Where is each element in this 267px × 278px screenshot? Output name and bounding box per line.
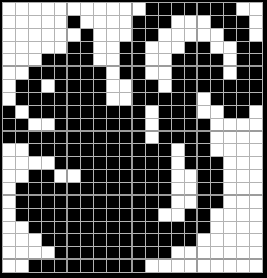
cell-r17-c8[interactable] bbox=[94, 209, 107, 222]
cell-r18-c5[interactable] bbox=[55, 222, 68, 235]
cell-r9-c7[interactable] bbox=[81, 106, 94, 119]
cell-r20-c20[interactable] bbox=[250, 247, 263, 260]
cell-r4-c13[interactable] bbox=[159, 42, 172, 55]
cell-r7-c2[interactable] bbox=[16, 80, 29, 93]
cell-r11-c5[interactable] bbox=[55, 132, 68, 145]
cell-r16-c17[interactable] bbox=[211, 196, 224, 209]
cell-r5-c19[interactable] bbox=[237, 54, 250, 67]
cell-r3-c2[interactable] bbox=[16, 29, 29, 42]
cell-r12-c13[interactable] bbox=[159, 144, 172, 157]
cell-r8-c3[interactable] bbox=[29, 93, 42, 106]
cell-r14-c19[interactable] bbox=[237, 170, 250, 183]
cell-r5-c15[interactable] bbox=[185, 54, 198, 67]
cell-r18-c13[interactable] bbox=[159, 222, 172, 235]
cell-r12-c11[interactable] bbox=[133, 144, 146, 157]
cell-r21-c17[interactable] bbox=[211, 260, 224, 273]
cell-r2-c20[interactable] bbox=[250, 16, 263, 29]
cell-r15-c8[interactable] bbox=[94, 183, 107, 196]
cell-r7-c9[interactable] bbox=[107, 80, 120, 93]
cell-r15-c19[interactable] bbox=[237, 183, 250, 196]
cell-r17-c20[interactable] bbox=[250, 209, 263, 222]
cell-r14-c15[interactable] bbox=[185, 170, 198, 183]
cell-r8-c7[interactable] bbox=[81, 93, 94, 106]
cell-r1-c1[interactable] bbox=[3, 3, 16, 16]
cell-r14-c13[interactable] bbox=[159, 170, 172, 183]
cell-r8-c5[interactable] bbox=[55, 93, 68, 106]
cell-r12-c9[interactable] bbox=[107, 144, 120, 157]
cell-r12-c12[interactable] bbox=[146, 144, 159, 157]
cell-r11-c6[interactable] bbox=[68, 132, 81, 145]
cell-r19-c12[interactable] bbox=[146, 234, 159, 247]
cell-r21-c20[interactable] bbox=[250, 260, 263, 273]
cell-r18-c14[interactable] bbox=[172, 222, 185, 235]
cell-r20-c11[interactable] bbox=[133, 247, 146, 260]
cell-r8-c17[interactable] bbox=[211, 93, 224, 106]
cell-r7-c3[interactable] bbox=[29, 80, 42, 93]
cell-r3-c10[interactable] bbox=[120, 29, 133, 42]
cell-r21-c15[interactable] bbox=[185, 260, 198, 273]
cell-r5-c9[interactable] bbox=[107, 54, 120, 67]
cell-r11-c18[interactable] bbox=[224, 132, 237, 145]
cell-r13-c13[interactable] bbox=[159, 157, 172, 170]
cell-r20-c1[interactable] bbox=[3, 247, 16, 260]
cell-r15-c2[interactable] bbox=[16, 183, 29, 196]
cell-r17-c19[interactable] bbox=[237, 209, 250, 222]
cell-r13-c19[interactable] bbox=[237, 157, 250, 170]
cell-r1-c14[interactable] bbox=[172, 3, 185, 16]
cell-r10-c5[interactable] bbox=[55, 119, 68, 132]
cell-r4-c3[interactable] bbox=[29, 42, 42, 55]
cell-r18-c2[interactable] bbox=[16, 222, 29, 235]
cell-r7-c12[interactable] bbox=[146, 80, 159, 93]
cell-r5-c20[interactable] bbox=[250, 54, 263, 67]
cell-r19-c14[interactable] bbox=[172, 234, 185, 247]
cell-r8-c20[interactable] bbox=[250, 93, 263, 106]
cell-r12-c18[interactable] bbox=[224, 144, 237, 157]
cell-r12-c19[interactable] bbox=[237, 144, 250, 157]
cell-r17-c9[interactable] bbox=[107, 209, 120, 222]
cell-r3-c8[interactable] bbox=[94, 29, 107, 42]
cell-r18-c12[interactable] bbox=[146, 222, 159, 235]
cell-r10-c10[interactable] bbox=[120, 119, 133, 132]
cell-r19-c4[interactable] bbox=[42, 234, 55, 247]
cell-r7-c18[interactable] bbox=[224, 80, 237, 93]
cell-r19-c10[interactable] bbox=[120, 234, 133, 247]
cell-r21-c2[interactable] bbox=[16, 260, 29, 273]
cell-r20-c9[interactable] bbox=[107, 247, 120, 260]
cell-r18-c6[interactable] bbox=[68, 222, 81, 235]
cell-r1-c15[interactable] bbox=[185, 3, 198, 16]
cell-r7-c11[interactable] bbox=[133, 80, 146, 93]
cell-r15-c15[interactable] bbox=[185, 183, 198, 196]
cell-r7-c19[interactable] bbox=[237, 80, 250, 93]
cell-r10-c19[interactable] bbox=[237, 119, 250, 132]
cell-r13-c3[interactable] bbox=[29, 157, 42, 170]
cell-r9-c1[interactable] bbox=[3, 106, 16, 119]
cell-r9-c2[interactable] bbox=[16, 106, 29, 119]
cell-r7-c8[interactable] bbox=[94, 80, 107, 93]
cell-r13-c20[interactable] bbox=[250, 157, 263, 170]
cell-r13-c10[interactable] bbox=[120, 157, 133, 170]
cell-r11-c7[interactable] bbox=[81, 132, 94, 145]
cell-r5-c11[interactable] bbox=[133, 54, 146, 67]
cell-r19-c16[interactable] bbox=[198, 234, 211, 247]
cell-r5-c12[interactable] bbox=[146, 54, 159, 67]
cell-r20-c3[interactable] bbox=[29, 247, 42, 260]
cell-r16-c11[interactable] bbox=[133, 196, 146, 209]
cell-r11-c16[interactable] bbox=[198, 132, 211, 145]
cell-r13-c6[interactable] bbox=[68, 157, 81, 170]
cell-r2-c15[interactable] bbox=[185, 16, 198, 29]
cell-r14-c12[interactable] bbox=[146, 170, 159, 183]
cell-r14-c5[interactable] bbox=[55, 170, 68, 183]
cell-r20-c17[interactable] bbox=[211, 247, 224, 260]
cell-r12-c15[interactable] bbox=[185, 144, 198, 157]
cell-r8-c18[interactable] bbox=[224, 93, 237, 106]
cell-r9-c17[interactable] bbox=[211, 106, 224, 119]
cell-r14-c10[interactable] bbox=[120, 170, 133, 183]
cell-r12-c1[interactable] bbox=[3, 144, 16, 157]
cell-r7-c4[interactable] bbox=[42, 80, 55, 93]
cell-r14-c9[interactable] bbox=[107, 170, 120, 183]
cell-r19-c5[interactable] bbox=[55, 234, 68, 247]
cell-r17-c10[interactable] bbox=[120, 209, 133, 222]
cell-r9-c11[interactable] bbox=[133, 106, 146, 119]
cell-r3-c9[interactable] bbox=[107, 29, 120, 42]
cell-r13-c12[interactable] bbox=[146, 157, 159, 170]
cell-r10-c20[interactable] bbox=[250, 119, 263, 132]
cell-r15-c4[interactable] bbox=[42, 183, 55, 196]
cell-r11-c9[interactable] bbox=[107, 132, 120, 145]
cell-r3-c12[interactable] bbox=[146, 29, 159, 42]
cell-r15-c5[interactable] bbox=[55, 183, 68, 196]
cell-r8-c8[interactable] bbox=[94, 93, 107, 106]
cell-r15-c12[interactable] bbox=[146, 183, 159, 196]
cell-r19-c20[interactable] bbox=[250, 234, 263, 247]
cell-r18-c19[interactable] bbox=[237, 222, 250, 235]
cell-r14-c18[interactable] bbox=[224, 170, 237, 183]
cell-r1-c20[interactable] bbox=[250, 3, 263, 16]
cell-r17-c16[interactable] bbox=[198, 209, 211, 222]
cell-r19-c11[interactable] bbox=[133, 234, 146, 247]
cell-r1-c16[interactable] bbox=[198, 3, 211, 16]
cell-r19-c3[interactable] bbox=[29, 234, 42, 247]
cell-r19-c15[interactable] bbox=[185, 234, 198, 247]
cell-r2-c4[interactable] bbox=[42, 16, 55, 29]
cell-r17-c17[interactable] bbox=[211, 209, 224, 222]
cell-r4-c15[interactable] bbox=[185, 42, 198, 55]
cell-r11-c4[interactable] bbox=[42, 132, 55, 145]
cell-r12-c8[interactable] bbox=[94, 144, 107, 157]
cell-r12-c14[interactable] bbox=[172, 144, 185, 157]
cell-r5-c5[interactable] bbox=[55, 54, 68, 67]
cell-r16-c5[interactable] bbox=[55, 196, 68, 209]
cell-r3-c13[interactable] bbox=[159, 29, 172, 42]
cell-r20-c16[interactable] bbox=[198, 247, 211, 260]
cell-r8-c16[interactable] bbox=[198, 93, 211, 106]
cell-r4-c11[interactable] bbox=[133, 42, 146, 55]
cell-r10-c4[interactable] bbox=[42, 119, 55, 132]
cell-r15-c18[interactable] bbox=[224, 183, 237, 196]
cell-r1-c18[interactable] bbox=[224, 3, 237, 16]
cell-r11-c11[interactable] bbox=[133, 132, 146, 145]
cell-r3-c5[interactable] bbox=[55, 29, 68, 42]
cell-r15-c11[interactable] bbox=[133, 183, 146, 196]
cell-r8-c11[interactable] bbox=[133, 93, 146, 106]
cell-r12-c5[interactable] bbox=[55, 144, 68, 157]
cell-r5-c3[interactable] bbox=[29, 54, 42, 67]
cell-r11-c12[interactable] bbox=[146, 132, 159, 145]
cell-r4-c10[interactable] bbox=[120, 42, 133, 55]
cell-r18-c17[interactable] bbox=[211, 222, 224, 235]
cell-r10-c2[interactable] bbox=[16, 119, 29, 132]
cell-r2-c5[interactable] bbox=[55, 16, 68, 29]
cell-r20-c14[interactable] bbox=[172, 247, 185, 260]
cell-r9-c9[interactable] bbox=[107, 106, 120, 119]
cell-r8-c13[interactable] bbox=[159, 93, 172, 106]
cell-r10-c1[interactable] bbox=[3, 119, 16, 132]
cell-r20-c18[interactable] bbox=[224, 247, 237, 260]
cell-r2-c7[interactable] bbox=[81, 16, 94, 29]
cell-r10-c6[interactable] bbox=[68, 119, 81, 132]
cell-r16-c19[interactable] bbox=[237, 196, 250, 209]
cell-r18-c7[interactable] bbox=[81, 222, 94, 235]
cell-r17-c18[interactable] bbox=[224, 209, 237, 222]
cell-r5-c6[interactable] bbox=[68, 54, 81, 67]
cell-r21-c18[interactable] bbox=[224, 260, 237, 273]
cell-r14-c20[interactable] bbox=[250, 170, 263, 183]
cell-r6-c18[interactable] bbox=[224, 67, 237, 80]
cell-r21-c1[interactable] bbox=[3, 260, 16, 273]
cell-r2-c2[interactable] bbox=[16, 16, 29, 29]
cell-r11-c13[interactable] bbox=[159, 132, 172, 145]
cell-r14-c2[interactable] bbox=[16, 170, 29, 183]
cell-r12-c2[interactable] bbox=[16, 144, 29, 157]
cell-r16-c20[interactable] bbox=[250, 196, 263, 209]
cell-r4-c6[interactable] bbox=[68, 42, 81, 55]
cell-r15-c20[interactable] bbox=[250, 183, 263, 196]
cell-r6-c8[interactable] bbox=[94, 67, 107, 80]
cell-r8-c2[interactable] bbox=[16, 93, 29, 106]
cell-r15-c6[interactable] bbox=[68, 183, 81, 196]
cell-r16-c13[interactable] bbox=[159, 196, 172, 209]
cell-r18-c3[interactable] bbox=[29, 222, 42, 235]
cell-r13-c17[interactable] bbox=[211, 157, 224, 170]
cell-r9-c20[interactable] bbox=[250, 106, 263, 119]
cell-r11-c17[interactable] bbox=[211, 132, 224, 145]
cell-r10-c16[interactable] bbox=[198, 119, 211, 132]
cell-r3-c6[interactable] bbox=[68, 29, 81, 42]
cell-r8-c19[interactable] bbox=[237, 93, 250, 106]
cell-r13-c16[interactable] bbox=[198, 157, 211, 170]
cell-r3-c19[interactable] bbox=[237, 29, 250, 42]
cell-r7-c20[interactable] bbox=[250, 80, 263, 93]
cell-r5-c7[interactable] bbox=[81, 54, 94, 67]
cell-r3-c7[interactable] bbox=[81, 29, 94, 42]
cell-r9-c16[interactable] bbox=[198, 106, 211, 119]
cell-r6-c4[interactable] bbox=[42, 67, 55, 80]
cell-r17-c13[interactable] bbox=[159, 209, 172, 222]
cell-r3-c4[interactable] bbox=[42, 29, 55, 42]
cell-r12-c17[interactable] bbox=[211, 144, 224, 157]
cell-r20-c2[interactable] bbox=[16, 247, 29, 260]
cell-r6-c15[interactable] bbox=[185, 67, 198, 80]
cell-r17-c7[interactable] bbox=[81, 209, 94, 222]
cell-r14-c17[interactable] bbox=[211, 170, 224, 183]
cell-r5-c1[interactable] bbox=[3, 54, 16, 67]
cell-r12-c4[interactable] bbox=[42, 144, 55, 157]
cell-r10-c17[interactable] bbox=[211, 119, 224, 132]
cell-r2-c17[interactable] bbox=[211, 16, 224, 29]
cell-r15-c9[interactable] bbox=[107, 183, 120, 196]
cell-r6-c7[interactable] bbox=[81, 67, 94, 80]
cell-r8-c14[interactable] bbox=[172, 93, 185, 106]
cell-r1-c9[interactable] bbox=[107, 3, 120, 16]
cell-r16-c7[interactable] bbox=[81, 196, 94, 209]
cell-r1-c3[interactable] bbox=[29, 3, 42, 16]
cell-r8-c9[interactable] bbox=[107, 93, 120, 106]
cell-r6-c13[interactable] bbox=[159, 67, 172, 80]
cell-r4-c20[interactable] bbox=[250, 42, 263, 55]
cell-r13-c7[interactable] bbox=[81, 157, 94, 170]
cell-r21-c10[interactable] bbox=[120, 260, 133, 273]
cell-r14-c6[interactable] bbox=[68, 170, 81, 183]
cell-r6-c19[interactable] bbox=[237, 67, 250, 80]
cell-r17-c6[interactable] bbox=[68, 209, 81, 222]
cell-r5-c2[interactable] bbox=[16, 54, 29, 67]
cell-r4-c2[interactable] bbox=[16, 42, 29, 55]
cell-r11-c10[interactable] bbox=[120, 132, 133, 145]
cell-r2-c8[interactable] bbox=[94, 16, 107, 29]
cell-r13-c1[interactable] bbox=[3, 157, 16, 170]
cell-r10-c8[interactable] bbox=[94, 119, 107, 132]
cell-r7-c14[interactable] bbox=[172, 80, 185, 93]
cell-r14-c4[interactable] bbox=[42, 170, 55, 183]
cell-r8-c4[interactable] bbox=[42, 93, 55, 106]
cell-r18-c20[interactable] bbox=[250, 222, 263, 235]
cell-r12-c7[interactable] bbox=[81, 144, 94, 157]
cell-r21-c19[interactable] bbox=[237, 260, 250, 273]
cell-r2-c9[interactable] bbox=[107, 16, 120, 29]
cell-r21-c7[interactable] bbox=[81, 260, 94, 273]
cell-r20-c13[interactable] bbox=[159, 247, 172, 260]
cell-r4-c7[interactable] bbox=[81, 42, 94, 55]
cell-r9-c4[interactable] bbox=[42, 106, 55, 119]
cell-r15-c1[interactable] bbox=[3, 183, 16, 196]
cell-r3-c1[interactable] bbox=[3, 29, 16, 42]
cell-r15-c16[interactable] bbox=[198, 183, 211, 196]
cell-r16-c14[interactable] bbox=[172, 196, 185, 209]
cell-r2-c10[interactable] bbox=[120, 16, 133, 29]
cell-r14-c8[interactable] bbox=[94, 170, 107, 183]
cell-r6-c2[interactable] bbox=[16, 67, 29, 80]
cell-r9-c19[interactable] bbox=[237, 106, 250, 119]
cell-r2-c3[interactable] bbox=[29, 16, 42, 29]
cell-r9-c13[interactable] bbox=[159, 106, 172, 119]
cell-r18-c8[interactable] bbox=[94, 222, 107, 235]
cell-r20-c5[interactable] bbox=[55, 247, 68, 260]
cell-r7-c16[interactable] bbox=[198, 80, 211, 93]
cell-r21-c12[interactable] bbox=[146, 260, 159, 273]
cell-r2-c11[interactable] bbox=[133, 16, 146, 29]
cell-r10-c14[interactable] bbox=[172, 119, 185, 132]
cell-r20-c7[interactable] bbox=[81, 247, 94, 260]
cell-r6-c6[interactable] bbox=[68, 67, 81, 80]
cell-r8-c10[interactable] bbox=[120, 93, 133, 106]
cell-r19-c19[interactable] bbox=[237, 234, 250, 247]
cell-r4-c14[interactable] bbox=[172, 42, 185, 55]
cell-r2-c6[interactable] bbox=[68, 16, 81, 29]
cell-r15-c17[interactable] bbox=[211, 183, 224, 196]
cell-r1-c4[interactable] bbox=[42, 3, 55, 16]
cell-r6-c3[interactable] bbox=[29, 67, 42, 80]
cell-r1-c7[interactable] bbox=[81, 3, 94, 16]
cell-r5-c8[interactable] bbox=[94, 54, 107, 67]
cell-r20-c4[interactable] bbox=[42, 247, 55, 260]
cell-r16-c3[interactable] bbox=[29, 196, 42, 209]
cell-r13-c4[interactable] bbox=[42, 157, 55, 170]
cell-r13-c11[interactable] bbox=[133, 157, 146, 170]
cell-r19-c13[interactable] bbox=[159, 234, 172, 247]
cell-r8-c15[interactable] bbox=[185, 93, 198, 106]
cell-r21-c5[interactable] bbox=[55, 260, 68, 273]
cell-r13-c2[interactable] bbox=[16, 157, 29, 170]
cell-r4-c17[interactable] bbox=[211, 42, 224, 55]
cell-r1-c2[interactable] bbox=[16, 3, 29, 16]
cell-r7-c13[interactable] bbox=[159, 80, 172, 93]
cell-r20-c19[interactable] bbox=[237, 247, 250, 260]
cell-r3-c11[interactable] bbox=[133, 29, 146, 42]
cell-r18-c18[interactable] bbox=[224, 222, 237, 235]
cell-r17-c2[interactable] bbox=[16, 209, 29, 222]
cell-r11-c1[interactable] bbox=[3, 132, 16, 145]
cell-r4-c12[interactable] bbox=[146, 42, 159, 55]
cell-r10-c15[interactable] bbox=[185, 119, 198, 132]
cell-r20-c8[interactable] bbox=[94, 247, 107, 260]
cell-r18-c10[interactable] bbox=[120, 222, 133, 235]
cell-r9-c8[interactable] bbox=[94, 106, 107, 119]
cell-r17-c12[interactable] bbox=[146, 209, 159, 222]
cell-r3-c16[interactable] bbox=[198, 29, 211, 42]
cell-r19-c18[interactable] bbox=[224, 234, 237, 247]
cell-r10-c18[interactable] bbox=[224, 119, 237, 132]
cell-r14-c7[interactable] bbox=[81, 170, 94, 183]
cell-r15-c14[interactable] bbox=[172, 183, 185, 196]
cell-r2-c1[interactable] bbox=[3, 16, 16, 29]
cell-r2-c12[interactable] bbox=[146, 16, 159, 29]
cell-r6-c17[interactable] bbox=[211, 67, 224, 80]
cell-r1-c6[interactable] bbox=[68, 3, 81, 16]
cell-r11-c15[interactable] bbox=[185, 132, 198, 145]
cell-r17-c15[interactable] bbox=[185, 209, 198, 222]
cell-r11-c20[interactable] bbox=[250, 132, 263, 145]
cell-r20-c12[interactable] bbox=[146, 247, 159, 260]
cell-r16-c8[interactable] bbox=[94, 196, 107, 209]
cell-r14-c16[interactable] bbox=[198, 170, 211, 183]
cell-r17-c14[interactable] bbox=[172, 209, 185, 222]
cell-r16-c6[interactable] bbox=[68, 196, 81, 209]
cell-r12-c20[interactable] bbox=[250, 144, 263, 157]
cell-r21-c16[interactable] bbox=[198, 260, 211, 273]
cell-r16-c1[interactable] bbox=[3, 196, 16, 209]
cell-r19-c7[interactable] bbox=[81, 234, 94, 247]
cell-r5-c14[interactable] bbox=[172, 54, 185, 67]
cell-r18-c9[interactable] bbox=[107, 222, 120, 235]
cell-r13-c14[interactable] bbox=[172, 157, 185, 170]
cell-r10-c9[interactable] bbox=[107, 119, 120, 132]
cell-r10-c11[interactable] bbox=[133, 119, 146, 132]
cell-r1-c8[interactable] bbox=[94, 3, 107, 16]
